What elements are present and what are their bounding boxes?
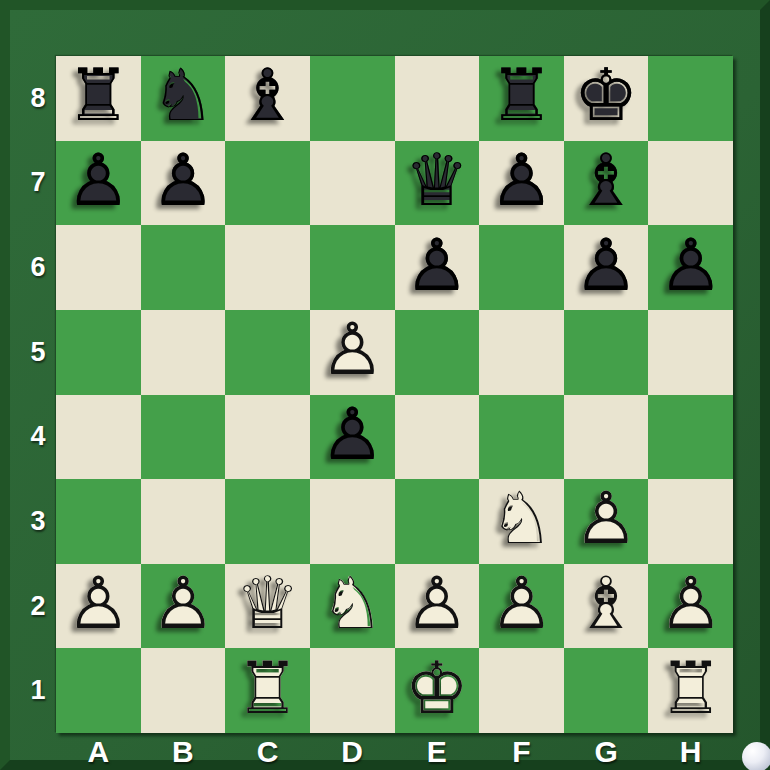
square-b8[interactable]: ♞♘	[141, 56, 226, 141]
file-label-d: D	[310, 733, 395, 770]
piece-black-rook: ♜♖	[479, 56, 564, 141]
rank-label-7: 7	[20, 141, 56, 226]
piece-black-pawn: ♟♙	[56, 141, 141, 226]
piece-glyph-outline: ♙	[310, 392, 395, 477]
square-h1[interactable]: ♜♖	[648, 648, 733, 733]
piece-white-knight: ♞♘	[479, 479, 564, 564]
square-e6[interactable]: ♟♙	[395, 225, 480, 310]
piece-white-rook: ♜♖	[648, 648, 733, 733]
square-h6[interactable]: ♟♙	[648, 225, 733, 310]
square-g4[interactable]	[564, 395, 649, 480]
piece-white-queen: ♛♕	[225, 564, 310, 649]
square-a8[interactable]: ♜♖	[56, 56, 141, 141]
rank-label-6: 6	[20, 225, 56, 310]
piece-glyph-outline: ♔	[395, 645, 480, 730]
piece-glyph-outline: ♗	[564, 561, 649, 646]
square-h2[interactable]: ♟♙	[648, 564, 733, 649]
piece-black-pawn: ♟♙	[141, 141, 226, 226]
piece-black-knight: ♞♘	[141, 56, 226, 141]
file-label-g: G	[564, 733, 649, 770]
square-b4[interactable]	[141, 395, 226, 480]
piece-white-pawn: ♟♙	[479, 564, 564, 649]
piece-glyph-outline: ♔	[564, 53, 649, 138]
square-h3[interactable]	[648, 479, 733, 564]
square-d1[interactable]	[310, 648, 395, 733]
piece-white-rook: ♜♖	[225, 648, 310, 733]
piece-glyph-outline: ♙	[56, 138, 141, 223]
rank-label-1: 1	[20, 648, 56, 733]
chess-board: ♜♖♞♘♝♗♜♖♚♔♟♙♟♙♛♕♟♙♝♗♟♙♟♙♟♙♟♙♟♙♞♘♟♙♟♙♟♙♛♕…	[56, 56, 733, 733]
square-f4[interactable]	[479, 395, 564, 480]
square-c6[interactable]	[225, 225, 310, 310]
square-g3[interactable]: ♟♙	[564, 479, 649, 564]
piece-black-rook: ♜♖	[56, 56, 141, 141]
square-g6[interactable]: ♟♙	[564, 225, 649, 310]
piece-glyph-outline: ♙	[648, 222, 733, 307]
piece-glyph-outline: ♙	[141, 561, 226, 646]
piece-white-pawn: ♟♙	[648, 564, 733, 649]
file-label-f: F	[479, 733, 564, 770]
piece-glyph-outline: ♖	[648, 645, 733, 730]
piece-glyph-outline: ♖	[479, 53, 564, 138]
piece-black-pawn: ♟♙	[310, 395, 395, 480]
square-d6[interactable]	[310, 225, 395, 310]
square-f6[interactable]	[479, 225, 564, 310]
square-f1[interactable]	[479, 648, 564, 733]
file-label-c: C	[225, 733, 310, 770]
square-g5[interactable]	[564, 310, 649, 395]
square-c2[interactable]: ♛♕	[225, 564, 310, 649]
piece-black-king: ♚♔	[564, 56, 649, 141]
square-e3[interactable]	[395, 479, 480, 564]
piece-black-pawn: ♟♙	[564, 225, 649, 310]
piece-white-bishop: ♝♗	[564, 564, 649, 649]
square-a6[interactable]	[56, 225, 141, 310]
square-b3[interactable]	[141, 479, 226, 564]
piece-glyph-outline: ♙	[56, 561, 141, 646]
file-labels: ABCDEFGH	[56, 733, 733, 770]
piece-glyph-outline: ♙	[395, 561, 480, 646]
rank-label-2: 2	[20, 564, 56, 649]
piece-glyph-outline: ♘	[479, 476, 564, 561]
rank-labels: 87654321	[20, 56, 56, 733]
piece-white-pawn: ♟♙	[310, 310, 395, 395]
piece-glyph-outline: ♖	[56, 53, 141, 138]
square-e2[interactable]: ♟♙	[395, 564, 480, 649]
piece-glyph-outline: ♖	[225, 645, 310, 730]
piece-glyph-outline: ♙	[479, 561, 564, 646]
rank-label-8: 8	[20, 56, 56, 141]
file-label-a: A	[56, 733, 141, 770]
piece-black-pawn: ♟♙	[479, 141, 564, 226]
piece-glyph-outline: ♕	[395, 138, 480, 223]
square-a3[interactable]	[56, 479, 141, 564]
square-g2[interactable]: ♝♗	[564, 564, 649, 649]
piece-glyph-outline: ♙	[141, 138, 226, 223]
square-f8[interactable]: ♜♖	[479, 56, 564, 141]
file-label-e: E	[395, 733, 480, 770]
piece-white-pawn: ♟♙	[56, 564, 141, 649]
piece-glyph-outline: ♙	[564, 222, 649, 307]
square-a5[interactable]	[56, 310, 141, 395]
square-a4[interactable]	[56, 395, 141, 480]
piece-black-queen: ♛♕	[395, 141, 480, 226]
board-frame: 87654321 ABCDEFGH ♜♖♞♘♝♗♜♖♚♔♟♙♟♙♛♕♟♙♝♗♟♙…	[0, 0, 770, 770]
piece-white-knight: ♞♘	[310, 564, 395, 649]
square-h7[interactable]	[648, 141, 733, 226]
square-f3[interactable]: ♞♘	[479, 479, 564, 564]
file-label-h: H	[648, 733, 733, 770]
square-d4[interactable]: ♟♙	[310, 395, 395, 480]
square-d2[interactable]: ♞♘	[310, 564, 395, 649]
piece-black-pawn: ♟♙	[648, 225, 733, 310]
square-e1[interactable]: ♚♔	[395, 648, 480, 733]
rank-label-4: 4	[20, 395, 56, 480]
square-b7[interactable]: ♟♙	[141, 141, 226, 226]
square-d3[interactable]	[310, 479, 395, 564]
piece-white-king: ♚♔	[395, 648, 480, 733]
white-to-move-ball	[742, 742, 770, 770]
piece-glyph-outline: ♕	[225, 561, 310, 646]
square-d7[interactable]	[310, 141, 395, 226]
square-b5[interactable]	[141, 310, 226, 395]
square-f7[interactable]: ♟♙	[479, 141, 564, 226]
square-c7[interactable]	[225, 141, 310, 226]
square-h4[interactable]	[648, 395, 733, 480]
square-b2[interactable]: ♟♙	[141, 564, 226, 649]
square-c8[interactable]: ♝♗	[225, 56, 310, 141]
square-e8[interactable]	[395, 56, 480, 141]
square-e7[interactable]: ♛♕	[395, 141, 480, 226]
square-b6[interactable]	[141, 225, 226, 310]
square-c3[interactable]	[225, 479, 310, 564]
square-c5[interactable]	[225, 310, 310, 395]
piece-white-pawn: ♟♙	[141, 564, 226, 649]
square-a7[interactable]: ♟♙	[56, 141, 141, 226]
piece-glyph-outline: ♘	[310, 561, 395, 646]
piece-black-bishop: ♝♗	[564, 141, 649, 226]
piece-glyph-outline: ♗	[225, 53, 310, 138]
piece-black-bishop: ♝♗	[225, 56, 310, 141]
square-g7[interactable]: ♝♗	[564, 141, 649, 226]
square-c4[interactable]	[225, 395, 310, 480]
square-d5[interactable]: ♟♙	[310, 310, 395, 395]
square-g8[interactable]: ♚♔	[564, 56, 649, 141]
piece-glyph-outline: ♙	[310, 307, 395, 392]
piece-white-pawn: ♟♙	[564, 479, 649, 564]
square-h8[interactable]	[648, 56, 733, 141]
square-a2[interactable]: ♟♙	[56, 564, 141, 649]
square-h5[interactable]	[648, 310, 733, 395]
file-label-b: B	[141, 733, 226, 770]
square-e4[interactable]	[395, 395, 480, 480]
piece-glyph-outline: ♙	[479, 138, 564, 223]
square-g1[interactable]	[564, 648, 649, 733]
square-e5[interactable]	[395, 310, 480, 395]
piece-black-pawn: ♟♙	[395, 225, 480, 310]
piece-glyph-outline: ♘	[141, 53, 226, 138]
square-f2[interactable]: ♟♙	[479, 564, 564, 649]
square-d8[interactable]	[310, 56, 395, 141]
piece-glyph-outline: ♙	[395, 222, 480, 307]
square-c1[interactable]: ♜♖	[225, 648, 310, 733]
piece-glyph-outline: ♗	[564, 138, 649, 223]
rank-label-3: 3	[20, 479, 56, 564]
rank-label-5: 5	[20, 310, 56, 395]
piece-white-pawn: ♟♙	[395, 564, 480, 649]
piece-glyph-outline: ♙	[564, 476, 649, 561]
square-a1[interactable]	[56, 648, 141, 733]
piece-glyph-outline: ♙	[648, 561, 733, 646]
square-b1[interactable]	[141, 648, 226, 733]
square-f5[interactable]	[479, 310, 564, 395]
